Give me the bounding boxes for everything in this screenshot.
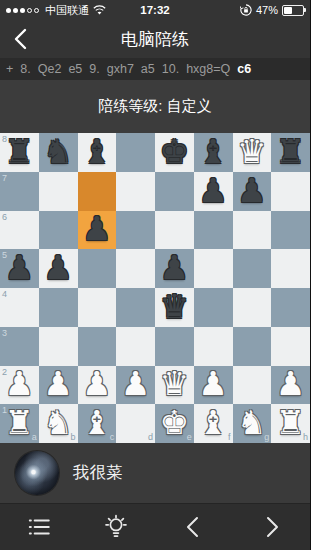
- square-b4[interactable]: [39, 288, 78, 327]
- square-c3[interactable]: [78, 327, 117, 366]
- square-e1[interactable]: ♚e: [155, 404, 194, 443]
- square-f1[interactable]: ♝f: [194, 404, 233, 443]
- square-a2[interactable]: ♟2: [0, 366, 39, 405]
- white-pawn: ♟: [43, 367, 73, 400]
- white-queen: ♛: [237, 135, 267, 168]
- square-c1[interactable]: ♝c: [78, 404, 117, 443]
- square-b3[interactable]: [39, 327, 78, 366]
- app-screen: 中国联通 17:32 47%: [0, 0, 310, 550]
- square-e8[interactable]: ♚: [155, 133, 194, 172]
- move-token: a5: [141, 62, 155, 76]
- square-g5[interactable]: [233, 249, 272, 288]
- square-d4[interactable]: [116, 288, 155, 327]
- square-e5[interactable]: ♟: [155, 249, 194, 288]
- move-token: gxh7: [107, 62, 134, 76]
- square-c5[interactable]: [78, 249, 117, 288]
- square-h2[interactable]: ♟: [271, 366, 310, 405]
- square-f3[interactable]: [194, 327, 233, 366]
- square-a5[interactable]: ♟5: [0, 249, 39, 288]
- square-c2[interactable]: ♟: [78, 366, 117, 405]
- black-pawn: ♟: [82, 212, 112, 245]
- black-queen: ♛: [160, 290, 190, 323]
- square-c8[interactable]: ♝: [78, 133, 117, 172]
- black-pawn: ♟: [5, 251, 35, 284]
- square-b8[interactable]: ♞: [39, 133, 78, 172]
- white-pawn: ♟: [5, 367, 35, 400]
- hint-button[interactable]: [78, 504, 156, 550]
- square-d1[interactable]: d: [116, 404, 155, 443]
- chevron-left-icon: [14, 28, 27, 50]
- square-h6[interactable]: [271, 211, 310, 250]
- square-f5[interactable]: [194, 249, 233, 288]
- white-rook: ♜: [276, 406, 306, 439]
- signal-dot: [34, 8, 39, 13]
- square-h7[interactable]: [271, 172, 310, 211]
- page-title: 电脑陪练: [121, 28, 189, 51]
- square-c4[interactable]: [78, 288, 117, 327]
- square-c7[interactable]: [78, 172, 117, 211]
- square-a8[interactable]: ♜8: [0, 133, 39, 172]
- square-g4[interactable]: [233, 288, 272, 327]
- file-label: b: [70, 433, 75, 442]
- square-d8[interactable]: [116, 133, 155, 172]
- move-list[interactable]: +8.Qe2e59.gxh7a510.hxg8=Qc6: [0, 58, 310, 80]
- file-label: c: [110, 433, 115, 442]
- file-label: d: [148, 433, 153, 442]
- file-label: h: [303, 433, 308, 442]
- back-button[interactable]: [8, 27, 32, 51]
- square-g7[interactable]: ♟: [233, 172, 272, 211]
- signal-dot: [13, 8, 18, 13]
- square-a1[interactable]: ♜1a: [0, 404, 39, 443]
- square-e2[interactable]: ♛: [155, 366, 194, 405]
- white-pawn: ♟: [198, 367, 228, 400]
- white-king: ♚: [160, 406, 190, 439]
- rank-label: 2: [2, 368, 7, 377]
- black-rook: ♜: [276, 135, 306, 168]
- white-rook: ♜: [5, 406, 35, 439]
- square-f7[interactable]: ♟: [194, 172, 233, 211]
- chevron-right-icon: [259, 515, 283, 539]
- white-queen: ♛: [160, 367, 190, 400]
- level-label: 陪练等级: 自定义: [0, 80, 310, 133]
- file-label: f: [228, 433, 231, 442]
- rank-label: 7: [2, 174, 7, 183]
- white-knight: ♞: [43, 406, 73, 439]
- square-g3[interactable]: [233, 327, 272, 366]
- signal-dot: [27, 8, 32, 13]
- square-h3[interactable]: [271, 327, 310, 366]
- square-c6[interactable]: ♟: [78, 211, 117, 250]
- square-a4[interactable]: 4: [0, 288, 39, 327]
- player-row: 我很菜: [0, 443, 310, 503]
- square-a7[interactable]: 7: [0, 172, 39, 211]
- move-token: hxg8=Q: [186, 62, 230, 76]
- list-icon: [26, 514, 52, 540]
- square-b7[interactable]: [39, 172, 78, 211]
- square-h8[interactable]: ♜: [271, 133, 310, 172]
- square-a3[interactable]: 3: [0, 327, 39, 366]
- nav-bar: 电脑陪练: [0, 20, 310, 58]
- black-pawn: ♟: [43, 251, 73, 284]
- signal-dot: [6, 8, 11, 13]
- rank-label: 8: [2, 135, 7, 144]
- status-left: 中国联通: [6, 3, 106, 18]
- square-f2[interactable]: ♟: [194, 366, 233, 405]
- carrier-label: 中国联通: [45, 3, 89, 18]
- square-b6[interactable]: [39, 211, 78, 250]
- square-h1[interactable]: ♜h: [271, 404, 310, 443]
- square-d3[interactable]: [116, 327, 155, 366]
- wifi-icon: [93, 5, 106, 16]
- black-rook: ♜: [5, 135, 35, 168]
- avatar: [15, 451, 59, 495]
- square-g8[interactable]: ♛: [233, 133, 272, 172]
- toolbar: [0, 503, 310, 550]
- square-d6[interactable]: [116, 211, 155, 250]
- square-g6[interactable]: [233, 211, 272, 250]
- move-token: Qe2: [38, 62, 62, 76]
- battery-icon: [282, 5, 304, 16]
- white-bishop: ♝: [82, 406, 112, 439]
- square-d5[interactable]: [116, 249, 155, 288]
- black-king: ♚: [160, 135, 190, 168]
- square-h4[interactable]: [271, 288, 310, 327]
- rank-label: 3: [2, 329, 7, 338]
- move-token: +: [6, 62, 13, 76]
- square-a6[interactable]: 6: [0, 211, 39, 250]
- current-move: c6: [237, 62, 251, 76]
- square-h5[interactable]: [271, 249, 310, 288]
- square-b2[interactable]: ♟: [39, 366, 78, 405]
- square-b1[interactable]: ♞b: [39, 404, 78, 443]
- black-pawn: ♟: [198, 174, 228, 207]
- prev-move-button[interactable]: [155, 504, 233, 550]
- square-f4[interactable]: [194, 288, 233, 327]
- rank-label: 1: [2, 406, 7, 415]
- square-e7[interactable]: [155, 172, 194, 211]
- status-bar: 中国联通 17:32 47%: [0, 0, 310, 20]
- square-g2[interactable]: [233, 366, 272, 405]
- orientation-lock-icon: [240, 4, 252, 16]
- square-b5[interactable]: ♟: [39, 249, 78, 288]
- black-bishop: ♝: [198, 135, 228, 168]
- square-d7[interactable]: [116, 172, 155, 211]
- black-pawn: ♟: [237, 174, 267, 207]
- white-knight: ♞: [237, 406, 267, 439]
- rank-label: 6: [2, 213, 7, 222]
- white-pawn: ♟: [121, 367, 151, 400]
- next-move-button[interactable]: [233, 504, 311, 550]
- white-pawn: ♟: [82, 367, 112, 400]
- square-e6[interactable]: [155, 211, 194, 250]
- square-d2[interactable]: ♟: [116, 366, 155, 405]
- file-label: e: [187, 433, 192, 442]
- battery-percent: 47%: [256, 4, 278, 16]
- move-token: 8.: [20, 62, 30, 76]
- rank-label: 4: [2, 290, 7, 299]
- signal-dot: [20, 8, 25, 13]
- square-f6[interactable]: [194, 211, 233, 250]
- move-token: 9.: [89, 62, 99, 76]
- player-name: 我很菜: [73, 462, 123, 484]
- move-token: 10.: [162, 62, 179, 76]
- move-token: e5: [68, 62, 82, 76]
- black-bishop: ♝: [82, 135, 112, 168]
- chevron-left-icon: [182, 515, 206, 539]
- signal-dots: [6, 8, 39, 13]
- black-knight: ♞: [43, 135, 73, 168]
- rank-label: 5: [2, 251, 7, 260]
- square-f8[interactable]: ♝: [194, 133, 233, 172]
- square-g1[interactable]: ♞g: [233, 404, 272, 443]
- file-label: g: [264, 433, 269, 442]
- status-right: 47%: [240, 4, 304, 16]
- square-e4[interactable]: ♛: [155, 288, 194, 327]
- chess-board: ♜8♞♝♚♝♛♜7♟♟6♟♟5♟♟4♛3♟2♟♟♟♛♟♟♜1a♞b♝cd♚e♝f…: [0, 133, 310, 443]
- black-pawn: ♟: [160, 251, 190, 284]
- square-e3[interactable]: [155, 327, 194, 366]
- move-list-button[interactable]: [0, 504, 78, 550]
- white-bishop: ♝: [198, 406, 228, 439]
- file-label: a: [32, 433, 37, 442]
- white-pawn: ♟: [276, 367, 306, 400]
- lightbulb-icon: [103, 514, 129, 540]
